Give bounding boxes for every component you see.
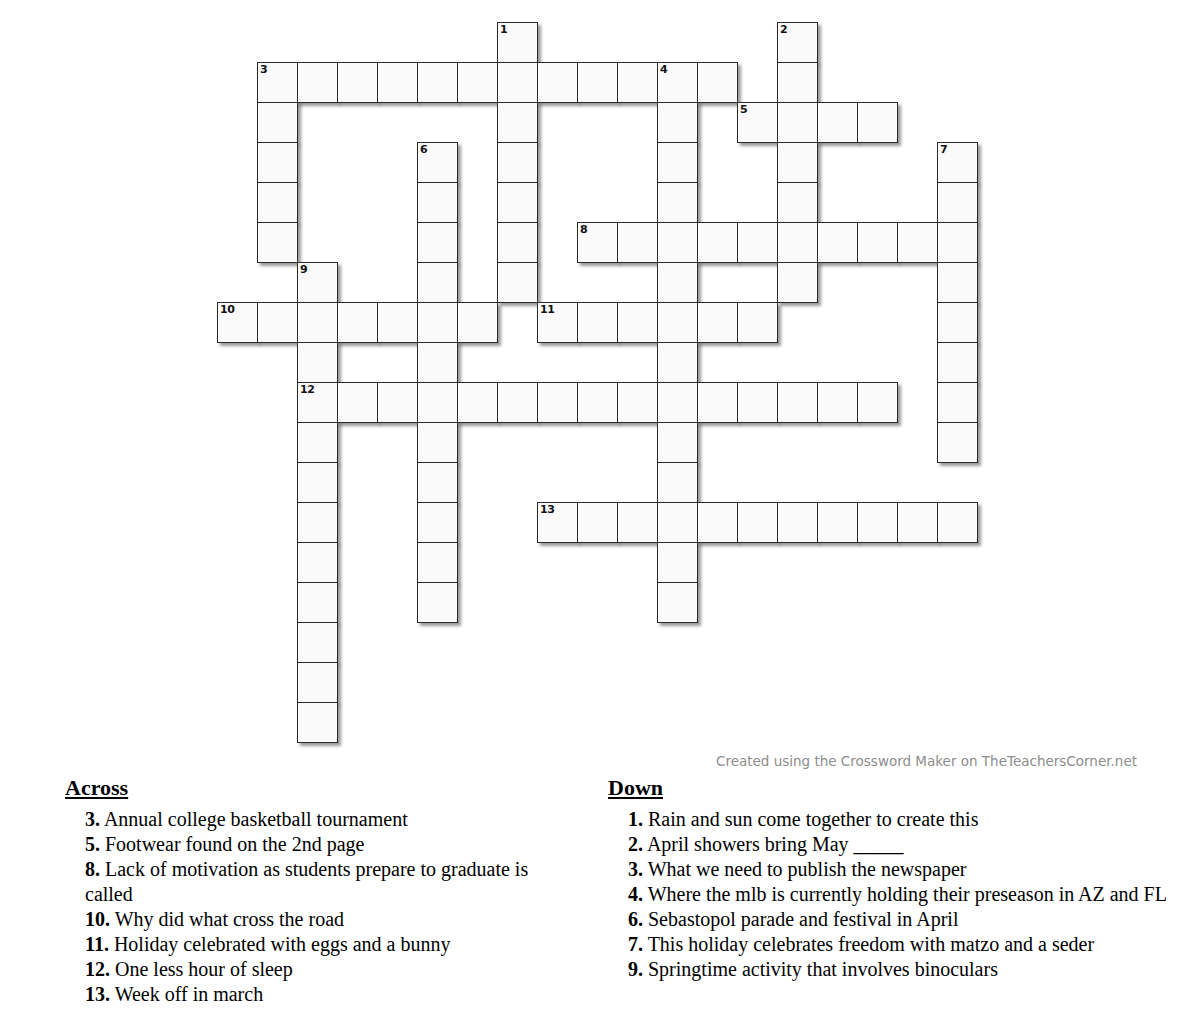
grid-cell [617, 382, 658, 423]
grid-cell [577, 62, 618, 103]
clue-number: 11. [85, 933, 109, 955]
clue-item: 10. Why did what cross the road [85, 907, 555, 932]
grid-cell [377, 302, 418, 343]
grid-cell [417, 342, 458, 383]
clue-item: 7. This holiday celebrates freedom with … [628, 932, 1188, 957]
grid-cell [297, 342, 338, 383]
clue-text: Annual college basketball tournament [104, 808, 408, 830]
grid-cell [777, 62, 818, 103]
grid-cell: 8 [577, 222, 618, 263]
grid-cell: 6 [417, 142, 458, 183]
grid-cell: 1 [497, 22, 538, 63]
down-clues-section: Down 1. Rain and sun come together to cr… [608, 775, 1188, 982]
grid-cell [937, 342, 978, 383]
grid-cell [777, 182, 818, 223]
grid-cell [497, 102, 538, 143]
grid-cell: 5 [737, 102, 778, 143]
grid-cell [817, 222, 858, 263]
grid-cell: 4 [657, 62, 698, 103]
grid-cell [617, 502, 658, 543]
grid-cell [657, 382, 698, 423]
grid-cell: 7 [937, 142, 978, 183]
grid-cell [657, 542, 698, 583]
cell-number: 11 [540, 303, 554, 316]
grid-cell [777, 102, 818, 143]
grid-cell [417, 462, 458, 503]
grid-cell [617, 302, 658, 343]
clue-number: 5. [85, 833, 100, 855]
clue-number: 2. [628, 833, 643, 855]
clue-number: 7. [628, 933, 643, 955]
clue-number: 3. [85, 808, 100, 830]
grid-cell [697, 382, 738, 423]
grid-cell [297, 662, 338, 703]
cell-number: 2 [780, 23, 787, 36]
grid-cell [417, 542, 458, 583]
grid-cell [377, 382, 418, 423]
clue-number: 9. [628, 958, 643, 980]
grid-cell [457, 62, 498, 103]
grid-cell [777, 142, 818, 183]
grid-cell [697, 222, 738, 263]
grid-cell [777, 502, 818, 543]
crossword-page: { "game": "crossword", "source_note": "E… [0, 0, 1200, 1028]
grid-cell [777, 222, 818, 263]
grid-cell [577, 502, 618, 543]
grid-cell [817, 102, 858, 143]
clue-item: 13. Week off in march [85, 982, 555, 1007]
clue-text: Week off in march [115, 983, 264, 1005]
down-header: Down [608, 775, 1188, 801]
grid-cell [817, 382, 858, 423]
clue-text: What we need to publish the newspaper [648, 858, 967, 880]
grid-cell [417, 222, 458, 263]
grid-cell: 11 [537, 302, 578, 343]
grid-cell [857, 382, 898, 423]
across-clues-section: Across 3. Annual college basketball tour… [65, 775, 555, 1007]
grid-cell [457, 382, 498, 423]
grid-cell [937, 262, 978, 303]
grid-cell: 10 [217, 302, 258, 343]
grid-cell [697, 62, 738, 103]
grid-cell [617, 222, 658, 263]
grid-cell [657, 302, 698, 343]
grid-cell [297, 462, 338, 503]
clue-text: Holiday celebrated with eggs and a bunny [114, 933, 451, 955]
grid-cell [297, 702, 338, 743]
grid-cell [417, 62, 458, 103]
grid-cell [257, 182, 298, 223]
clue-text: Footwear found on the 2nd page [105, 833, 364, 855]
cell-number: 13 [540, 503, 554, 516]
grid-cell [297, 542, 338, 583]
grid-cell [417, 382, 458, 423]
grid-cell [537, 62, 578, 103]
attribution-text: Created using the Crossword Maker on The… [716, 753, 1137, 769]
grid-cell [417, 422, 458, 463]
cell-number: 3 [260, 63, 267, 76]
cell-number: 4 [660, 63, 667, 76]
grid-cell [257, 222, 298, 263]
grid-cell [497, 222, 538, 263]
crossword-board: 12345678910111213 [217, 22, 978, 743]
clue-item: 2. April showers bring May _____ [628, 832, 1188, 857]
grid-cell: 2 [777, 22, 818, 63]
clue-number: 10. [85, 908, 110, 930]
grid-cell [897, 222, 938, 263]
clue-number: 1. [628, 808, 643, 830]
cell-number: 5 [740, 103, 747, 116]
grid-cell [337, 382, 378, 423]
grid-cell [857, 502, 898, 543]
grid-cell [297, 582, 338, 623]
grid-cell [617, 62, 658, 103]
grid-cell [657, 422, 698, 463]
grid-cell [657, 502, 698, 543]
clue-item: 5. Footwear found on the 2nd page [85, 832, 555, 857]
grid-cell [497, 142, 538, 183]
grid-cell [777, 262, 818, 303]
clue-text: One less hour of sleep [115, 958, 293, 980]
grid-cell [497, 262, 538, 303]
grid-cell [377, 62, 418, 103]
grid-cell [297, 302, 338, 343]
grid-cell: 9 [297, 262, 338, 303]
grid-cell [697, 502, 738, 543]
grid-cell [857, 222, 898, 263]
clue-text: Why did what cross the road [115, 908, 344, 930]
clue-number: 3. [628, 858, 643, 880]
clue-text: Where the mlb is currently holding their… [648, 883, 1167, 905]
down-clue-list: 1. Rain and sun come together to create … [628, 807, 1188, 982]
grid-cell [657, 222, 698, 263]
grid-cell [657, 262, 698, 303]
clue-text: Lack of motivation as students prepare t… [85, 858, 528, 905]
grid-cell [737, 382, 778, 423]
grid-cell [417, 262, 458, 303]
cell-number: 10 [220, 303, 234, 316]
grid-cell: 3 [257, 62, 298, 103]
cell-number: 9 [300, 263, 307, 276]
grid-cell [737, 302, 778, 343]
clue-text: Sebastopol parade and festival in April [648, 908, 958, 930]
grid-cell [417, 502, 458, 543]
grid-cell: 13 [537, 502, 578, 543]
grid-cell [937, 502, 978, 543]
grid-cell [417, 582, 458, 623]
grid-cell [737, 222, 778, 263]
grid-cell [497, 62, 538, 103]
grid-cell [937, 382, 978, 423]
grid-cell [457, 302, 498, 343]
grid-cell [657, 182, 698, 223]
grid-cell [897, 502, 938, 543]
grid-cell [257, 142, 298, 183]
clue-item: 8. Lack of motivation as students prepar… [85, 857, 555, 907]
grid-cell [297, 62, 338, 103]
grid-cell [257, 102, 298, 143]
grid-cell [497, 182, 538, 223]
cell-number: 6 [420, 143, 427, 156]
clue-text: Springtime activity that involves binocu… [648, 958, 998, 980]
grid-cell [817, 502, 858, 543]
grid-cell [937, 422, 978, 463]
clue-number: 12. [85, 958, 110, 980]
cell-number: 1 [500, 23, 507, 36]
grid-cell [737, 502, 778, 543]
grid-cell [497, 382, 538, 423]
grid-cell [577, 302, 618, 343]
grid-cell [657, 102, 698, 143]
clue-text: This holiday celebrates freedom with mat… [648, 933, 1095, 955]
grid-cell [657, 582, 698, 623]
clue-item: 6. Sebastopol parade and festival in Apr… [628, 907, 1188, 932]
clue-number: 8. [85, 858, 100, 880]
clue-item: 12. One less hour of sleep [85, 957, 555, 982]
clue-item: 11. Holiday celebrated with eggs and a b… [85, 932, 555, 957]
clue-number: 13. [85, 983, 110, 1005]
clue-item: 9. Springtime activity that involves bin… [628, 957, 1188, 982]
grid-cell [937, 302, 978, 343]
grid-cell [537, 382, 578, 423]
grid-cell [417, 302, 458, 343]
grid-cell [937, 222, 978, 263]
clue-text: Rain and sun come together to create thi… [648, 808, 978, 830]
clue-number: 6. [628, 908, 643, 930]
grid-cell [777, 382, 818, 423]
grid-cell [417, 182, 458, 223]
grid-cell [657, 342, 698, 383]
grid-cell [337, 302, 378, 343]
grid-cell [257, 302, 298, 343]
cell-number: 7 [940, 143, 947, 156]
grid-cell [657, 462, 698, 503]
grid-cell [297, 622, 338, 663]
grid-cell [937, 182, 978, 223]
grid-cell [337, 62, 378, 103]
cell-number: 12 [300, 383, 314, 396]
grid-cell [857, 102, 898, 143]
clue-text: April showers bring May _____ [647, 833, 904, 855]
cell-number: 8 [580, 223, 587, 236]
clue-item: 4. Where the mlb is currently holding th… [628, 882, 1188, 907]
clue-item: 3. Annual college basketball tournament [85, 807, 555, 832]
grid-cell [297, 502, 338, 543]
grid-cell: 12 [297, 382, 338, 423]
grid-cell [577, 382, 618, 423]
grid-cell [697, 302, 738, 343]
grid-cell [297, 422, 338, 463]
clue-item: 3. What we need to publish the newspaper [628, 857, 1188, 882]
grid-cell [657, 142, 698, 183]
clue-number: 4. [628, 883, 643, 905]
clue-item: 1. Rain and sun come together to create … [628, 807, 1188, 832]
across-clue-list: 3. Annual college basketball tournament … [85, 807, 555, 1007]
across-header: Across [65, 775, 555, 801]
